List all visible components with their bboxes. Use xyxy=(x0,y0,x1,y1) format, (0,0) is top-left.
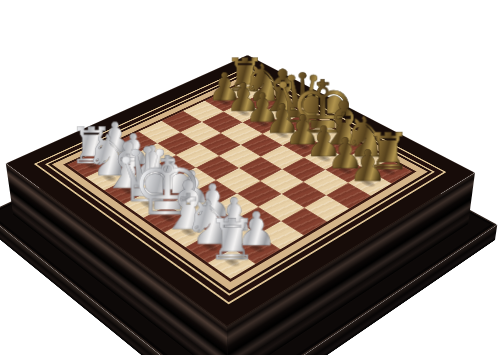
chess-set-photo: ♜♞♟♝♟♛♟♚♟♝♟♞♟♟♜♟♟♜♟♟♞♟♝♟♛♟♚♟♝♟♞♜ xyxy=(0,0,500,355)
pawn-icon: ♟ xyxy=(348,145,386,188)
scene: ♜♞♟♝♟♛♟♚♟♝♟♞♟♟♜♟♟♜♟♟♞♟♝♟♛♟♚♟♝♟♞♜ xyxy=(0,0,500,355)
rook-icon: ♜ xyxy=(207,212,257,268)
chess-board-box: ♜♞♟♝♟♛♟♚♟♝♟♞♟♟♜♟♟♜♟♟♞♟♝♟♛♟♚♟♝♟♞♜ xyxy=(6,55,475,327)
